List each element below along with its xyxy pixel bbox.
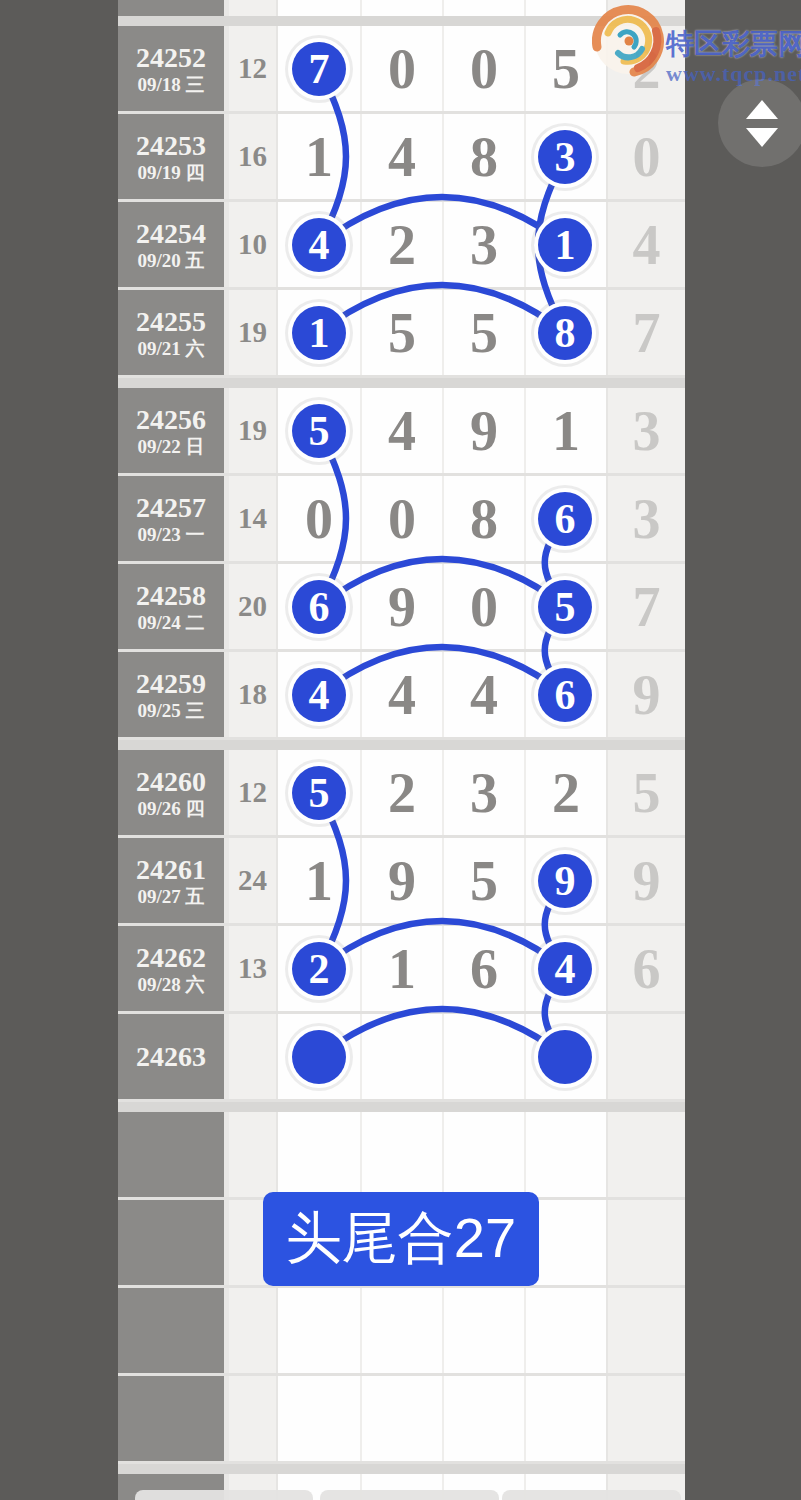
draw-label: 2425509/21 六: [118, 290, 224, 375]
circled-digit-value: 4: [309, 221, 330, 269]
digit-cell: [278, 1288, 360, 1373]
circled-digit-value: 4: [309, 671, 330, 719]
draw-date: 09/25 三: [137, 699, 204, 722]
digit-cell: [278, 1376, 360, 1461]
digit-cell: 4: [360, 114, 442, 199]
chart-row: 2426109/27 五241959: [118, 838, 685, 923]
digit-cell: 0: [442, 564, 524, 649]
group-separator: [118, 740, 685, 750]
digit-grid: [276, 1288, 606, 1373]
draw-label: 2425409/20 五: [118, 202, 224, 287]
circled-digit: 3: [538, 130, 592, 184]
digit-grid: [276, 1112, 606, 1197]
circled-digit-value: 6: [555, 671, 576, 719]
right-digit-cell: 7: [606, 564, 685, 649]
right-digit-cell: [606, 1200, 685, 1285]
circled-digit: 6: [538, 492, 592, 546]
digit-cell: 3: [442, 750, 524, 835]
draw-date: 09/21 六: [137, 337, 204, 360]
triangle-up-icon: [746, 100, 778, 119]
right-digit-cell: 9: [606, 652, 685, 737]
draw-label: 2425809/24 二: [118, 564, 224, 649]
digit-cell: [524, 1112, 606, 1197]
footer-chip[interactable]: [135, 1490, 313, 1500]
circled-digit-value: 5: [309, 407, 330, 455]
chart-row: 2425909/25 三18449: [118, 652, 685, 737]
digit-cell: 4: [360, 652, 442, 737]
draw-id: 24261: [136, 854, 206, 885]
scroll-toggle-button[interactable]: [718, 79, 801, 167]
digit-cell: 0: [278, 476, 360, 561]
draw-date: 09/26 四: [137, 797, 204, 820]
digit-cell: [524, 1288, 606, 1373]
draw-label: [118, 1112, 224, 1197]
digit-cell: [360, 0, 442, 16]
sum-cell: 19: [229, 388, 276, 473]
digit-cell: 9: [442, 388, 524, 473]
draw-label: 2425909/25 三: [118, 652, 224, 737]
sum-cell: [229, 1112, 276, 1197]
digit-cell: 0: [360, 476, 442, 561]
digit-cell: [442, 1288, 524, 1373]
draw-id: 24254: [136, 218, 206, 249]
circled-digit: 8: [538, 306, 592, 360]
draw-date: 09/22 日: [137, 435, 204, 458]
sum-cell: [229, 0, 276, 16]
digit-cell: 4: [360, 388, 442, 473]
circled-digit: 9: [538, 854, 592, 908]
circled-digit: 5: [292, 404, 346, 458]
draw-date: 09/28 六: [137, 973, 204, 996]
draw-id: 24260: [136, 766, 206, 797]
circled-digit-value: 3: [555, 133, 576, 181]
draw-id: 24257: [136, 492, 206, 523]
draw-date: 09/23 一: [137, 523, 204, 546]
sum-cell: [229, 1288, 276, 1373]
chart-row: 2426209/28 六13166: [118, 926, 685, 1011]
sum-cell: 20: [229, 564, 276, 649]
digit-cell: [278, 1112, 360, 1197]
digit-cell: 9: [360, 838, 442, 923]
group-separator: [118, 1464, 685, 1474]
footer-chip[interactable]: [502, 1490, 681, 1500]
digit-cell: 5: [360, 290, 442, 375]
digit-cell: [442, 1112, 524, 1197]
circled-digit: 7: [292, 42, 346, 96]
draw-label: 2426109/27 五: [118, 838, 224, 923]
sum-cell: 16: [229, 114, 276, 199]
digit-cell: 9: [360, 564, 442, 649]
logo-swirl-icon: [592, 5, 664, 77]
circled-digit: 4: [292, 218, 346, 272]
chart-row: 2425709/23 一140083: [118, 476, 685, 561]
digit-cell: [524, 1376, 606, 1461]
footer-chip[interactable]: [320, 1490, 499, 1500]
draw-id: 24253: [136, 130, 206, 161]
draw-label: 2426009/26 四: [118, 750, 224, 835]
right-digit-cell: [606, 1376, 685, 1461]
draw-label: 2425309/19 四: [118, 114, 224, 199]
circled-digit-value: 1: [309, 309, 330, 357]
chart-row: 2425609/22 日194913: [118, 388, 685, 473]
digit-cell: 1: [360, 926, 442, 1011]
right-digit-cell: 0: [606, 114, 685, 199]
digit-cell: 8: [442, 114, 524, 199]
chart-row: 2425809/24 二20907: [118, 564, 685, 649]
draw-label: [118, 1376, 224, 1461]
digit-cell: 5: [442, 290, 524, 375]
digit-cell: 5: [442, 838, 524, 923]
draw-date: 09/27 五: [137, 885, 204, 908]
right-digit-cell: [606, 1112, 685, 1197]
sum-cell: 19: [229, 290, 276, 375]
digit-cell: [442, 1014, 524, 1099]
trend-chart-screen: 09/17 二2425209/18 三1200522425309/19 四161…: [0, 0, 801, 1500]
logo-site-name: 特区彩票网: [666, 27, 801, 61]
draw-date: 09/19 四: [137, 161, 204, 184]
circled-digit: 1: [292, 306, 346, 360]
chart-row: 2425309/19 四161480: [118, 114, 685, 199]
draw-date: 09/24 二: [137, 611, 204, 634]
sum-cell: 10: [229, 202, 276, 287]
draw-date: 09/18 三: [137, 73, 204, 96]
digit-cell: 8: [442, 476, 524, 561]
draw-label: [118, 1200, 224, 1285]
circled-digit-value: 2: [309, 945, 330, 993]
sum-cell: [229, 1014, 276, 1099]
draw-date: 09/20 五: [137, 249, 204, 272]
right-digit-cell: [606, 1014, 685, 1099]
digit-cell: 0: [360, 26, 442, 111]
circled-digit-value: 4: [555, 945, 576, 993]
digit-cell: 2: [360, 750, 442, 835]
site-logo: 特区彩票网 www.tqcp.net: [592, 5, 801, 87]
group-separator: [118, 1102, 685, 1112]
draw-label: 2425709/23 一: [118, 476, 224, 561]
right-digit-cell: 4: [606, 202, 685, 287]
right-digit-cell: 6: [606, 926, 685, 1011]
chart-row: [118, 1288, 685, 1373]
draw-label: [118, 1288, 224, 1373]
circled-digit: 6: [538, 668, 592, 722]
right-digit-cell: 5: [606, 750, 685, 835]
right-digit-cell: 3: [606, 388, 685, 473]
digit-cell: 4: [442, 652, 524, 737]
circled-digit-value: 5: [309, 769, 330, 817]
draw-id: 24256: [136, 404, 206, 435]
draw-id: 24252: [136, 42, 206, 73]
circled-digit: 4: [538, 942, 592, 996]
circled-digit-value: 6: [555, 495, 576, 543]
digit-cell: [360, 1014, 442, 1099]
digit-cell: 0: [442, 26, 524, 111]
sum-cell: 18: [229, 652, 276, 737]
draw-id: 24255: [136, 306, 206, 337]
digit-cell: [442, 0, 524, 16]
draw-label: 09/17 二: [118, 0, 224, 16]
digit-cell: 2: [524, 750, 606, 835]
right-digit-cell: 3: [606, 476, 685, 561]
draw-id: 24258: [136, 580, 206, 611]
head-tail-banner: 头尾合27: [263, 1192, 539, 1286]
draw-label: 2425609/22 日: [118, 388, 224, 473]
sum-cell: 12: [229, 26, 276, 111]
right-digit-cell: 9: [606, 838, 685, 923]
digit-cell: [360, 1288, 442, 1373]
sum-cell: 13: [229, 926, 276, 1011]
draw-id: 24263: [136, 1041, 206, 1072]
chart-row: [118, 1376, 685, 1461]
digit-cell: 6: [442, 926, 524, 1011]
sum-cell: 14: [229, 476, 276, 561]
triangle-down-icon: [746, 128, 778, 147]
chart-row: 2425509/21 六19557: [118, 290, 685, 375]
circled-digit: 4: [292, 668, 346, 722]
digit-cell: [278, 0, 360, 16]
circled-digit: 6: [292, 580, 346, 634]
circled-digit: 1: [538, 218, 592, 272]
group-separator: [118, 378, 685, 388]
prediction-dot: [292, 1030, 346, 1084]
digit-grid: [276, 0, 606, 16]
draw-label: 24263: [118, 1014, 224, 1099]
sum-cell: [229, 1376, 276, 1461]
right-digit-cell: 7: [606, 290, 685, 375]
circled-digit-value: 8: [555, 309, 576, 357]
chart-row: [118, 1112, 685, 1197]
circled-digit: 5: [538, 580, 592, 634]
digit-cell: 1: [278, 114, 360, 199]
digit-cell: 2: [360, 202, 442, 287]
digit-grid: [276, 1376, 606, 1461]
digit-cell: 3: [442, 202, 524, 287]
sum-cell: 24: [229, 838, 276, 923]
circled-digit-value: 9: [555, 857, 576, 905]
sum-cell: 12: [229, 750, 276, 835]
draw-id: 24262: [136, 942, 206, 973]
digit-cell: 1: [524, 388, 606, 473]
draw-label: 2425209/18 三: [118, 26, 224, 111]
circled-digit: 2: [292, 942, 346, 996]
circled-digit-value: 5: [555, 583, 576, 631]
digit-cell: [442, 1376, 524, 1461]
chart-row: 2425409/20 五10234: [118, 202, 685, 287]
prediction-dot: [538, 1030, 592, 1084]
draw-label: 2426209/28 六: [118, 926, 224, 1011]
digit-cell: [360, 1376, 442, 1461]
chart-row: 24263: [118, 1014, 685, 1099]
circled-digit: 5: [292, 766, 346, 820]
circled-digit-value: 7: [309, 45, 330, 93]
chart-row: 2426009/26 四122325: [118, 750, 685, 835]
circled-digit-value: 1: [555, 221, 576, 269]
right-digit-cell: [606, 1288, 685, 1373]
draw-id: 24259: [136, 668, 206, 699]
digit-cell: 1: [278, 838, 360, 923]
digit-cell: [360, 1112, 442, 1197]
circled-digit-value: 6: [309, 583, 330, 631]
